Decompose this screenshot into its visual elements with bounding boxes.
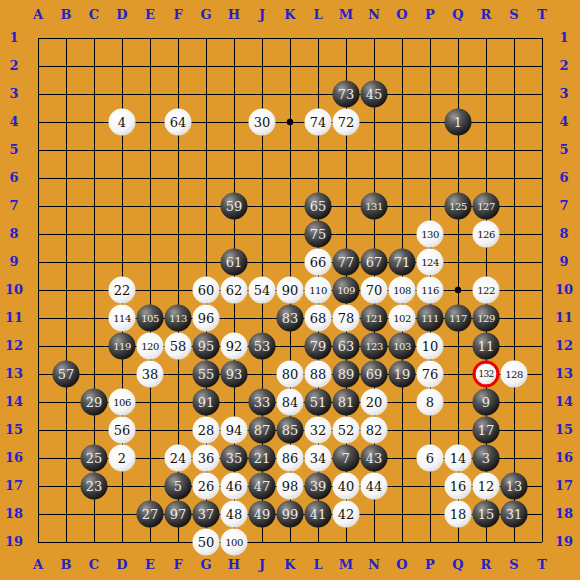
move-number: 93 <box>226 368 243 381</box>
move-number: 9 <box>482 396 490 409</box>
move-number: 106 <box>113 397 131 407</box>
col-label-top-L: L <box>305 6 331 24</box>
stone-black-3-R16: 3 <box>473 445 500 472</box>
stone-black-31-S18: 31 <box>501 501 528 528</box>
stone-white-78-M11: 78 <box>333 305 360 332</box>
move-number: 18 <box>450 508 467 521</box>
move-number: 103 <box>393 341 411 351</box>
stone-black-55-G13: 55 <box>193 361 220 388</box>
move-number: 62 <box>226 284 243 297</box>
col-label-top-A: A <box>25 6 51 24</box>
stone-white-46-H17: 46 <box>221 473 248 500</box>
move-number: 10 <box>422 340 439 353</box>
row-label-right-13: 13 <box>551 365 577 383</box>
move-number: 70 <box>366 284 383 297</box>
stone-white-50-G19: 50 <box>193 529 220 556</box>
stone-black-113-F11: 113 <box>165 305 192 332</box>
stone-white-66-L9: 66 <box>305 249 332 276</box>
move-number: 117 <box>449 313 467 323</box>
stone-white-64-F4: 64 <box>165 109 192 136</box>
row-label-right-5: 5 <box>551 141 577 159</box>
move-number: 90 <box>282 284 299 297</box>
move-number: 84 <box>282 396 299 409</box>
stone-white-128-S13: 128 <box>501 361 528 388</box>
row-label-left-8: 8 <box>1 225 27 243</box>
move-number: 68 <box>310 312 327 325</box>
row-label-right-1: 1 <box>551 29 577 47</box>
row-label-left-17: 17 <box>1 477 27 495</box>
move-number: 27 <box>142 508 159 521</box>
stone-white-36-G16: 36 <box>193 445 220 472</box>
row-label-right-18: 18 <box>551 505 577 523</box>
col-label-bottom-S: S <box>501 556 527 574</box>
move-number: 35 <box>226 452 243 465</box>
move-number: 114 <box>113 313 131 323</box>
move-number: 25 <box>86 452 103 465</box>
stone-black-103-O12: 103 <box>389 333 416 360</box>
stone-white-60-G10: 60 <box>193 277 220 304</box>
move-number: 126 <box>477 229 495 239</box>
stone-black-67-N9: 67 <box>361 249 388 276</box>
row-label-right-12: 12 <box>551 337 577 355</box>
stone-white-90-K10: 90 <box>277 277 304 304</box>
stone-black-15-R18: 15 <box>473 501 500 528</box>
move-number: 76 <box>422 368 439 381</box>
move-number: 119 <box>113 341 131 351</box>
stone-white-70-N10: 70 <box>361 277 388 304</box>
stone-white-96-G11: 96 <box>193 305 220 332</box>
col-label-top-J: J <box>249 6 275 24</box>
move-number: 74 <box>310 116 327 129</box>
stone-white-130-P8: 130 <box>417 221 444 248</box>
move-number: 116 <box>421 285 439 295</box>
move-number: 121 <box>365 313 383 323</box>
move-number: 120 <box>141 341 159 351</box>
move-number: 130 <box>421 229 439 239</box>
stone-white-88-L13: 88 <box>305 361 332 388</box>
stone-white-102-O11: 102 <box>389 305 416 332</box>
move-number: 30 <box>254 116 271 129</box>
move-number: 12 <box>478 480 495 493</box>
col-label-bottom-O: O <box>389 556 415 574</box>
col-label-top-Q: Q <box>445 6 471 24</box>
move-number: 72 <box>338 116 355 129</box>
row-label-left-12: 12 <box>1 337 27 355</box>
stone-white-48-H18: 48 <box>221 501 248 528</box>
move-number: 125 <box>449 201 467 211</box>
stone-white-92-H12: 92 <box>221 333 248 360</box>
col-label-bottom-M: M <box>333 556 359 574</box>
col-label-bottom-T: T <box>529 556 555 574</box>
move-number: 42 <box>338 508 355 521</box>
row-label-left-14: 14 <box>1 393 27 411</box>
stone-white-40-M17: 40 <box>333 473 360 500</box>
stone-black-75-L8: 75 <box>305 221 332 248</box>
stone-black-85-K15: 85 <box>277 417 304 444</box>
stone-black-93-H13: 93 <box>221 361 248 388</box>
col-label-bottom-D: D <box>109 556 135 574</box>
stone-black-121-N11: 121 <box>361 305 388 332</box>
row-label-right-7: 7 <box>551 197 577 215</box>
stone-black-95-G12: 95 <box>193 333 220 360</box>
stone-white-2-D16: 2 <box>109 445 136 472</box>
stone-white-8-P14: 8 <box>417 389 444 416</box>
stone-black-21-J16: 21 <box>249 445 276 472</box>
move-number: 73 <box>338 88 355 101</box>
move-number: 47 <box>254 480 271 493</box>
move-number: 86 <box>282 452 299 465</box>
move-number: 87 <box>254 424 271 437</box>
stone-black-91-G14: 91 <box>193 389 220 416</box>
col-label-top-H: H <box>221 6 247 24</box>
row-label-right-2: 2 <box>551 57 577 75</box>
stone-black-63-M12: 63 <box>333 333 360 360</box>
stone-black-119-D12: 119 <box>109 333 136 360</box>
col-label-bottom-P: P <box>417 556 443 574</box>
row-label-left-7: 7 <box>1 197 27 215</box>
move-number: 44 <box>366 480 383 493</box>
stone-white-74-L4: 74 <box>305 109 332 136</box>
row-label-right-10: 10 <box>551 281 577 299</box>
move-number: 20 <box>366 396 383 409</box>
move-number: 26 <box>198 480 215 493</box>
stone-black-77-M9: 77 <box>333 249 360 276</box>
stone-black-111-P11: 111 <box>417 305 444 332</box>
stone-black-83-K11: 83 <box>277 305 304 332</box>
row-label-right-8: 8 <box>551 225 577 243</box>
stone-white-80-K13: 80 <box>277 361 304 388</box>
stone-black-13-S17: 13 <box>501 473 528 500</box>
stone-black-53-J12: 53 <box>249 333 276 360</box>
stone-black-51-L14: 51 <box>305 389 332 416</box>
stone-white-76-P13: 76 <box>417 361 444 388</box>
move-number: 78 <box>338 312 355 325</box>
move-number: 13 <box>506 480 523 493</box>
move-number: 49 <box>254 508 271 521</box>
move-number: 11 <box>478 340 495 353</box>
row-label-left-13: 13 <box>1 365 27 383</box>
stone-white-42-M18: 42 <box>333 501 360 528</box>
move-number: 46 <box>226 480 243 493</box>
move-number: 3 <box>482 452 490 465</box>
row-label-left-9: 9 <box>1 253 27 271</box>
row-label-left-2: 2 <box>1 57 27 75</box>
move-number: 48 <box>226 508 243 521</box>
stone-white-16-Q17: 16 <box>445 473 472 500</box>
move-number: 8 <box>426 396 434 409</box>
col-label-bottom-H: H <box>221 556 247 574</box>
stone-black-47-J17: 47 <box>249 473 276 500</box>
move-number: 88 <box>310 368 327 381</box>
move-number: 29 <box>86 396 103 409</box>
col-label-bottom-F: F <box>165 556 191 574</box>
col-label-top-G: G <box>193 6 219 24</box>
col-label-top-S: S <box>501 6 527 24</box>
move-number: 111 <box>421 313 439 323</box>
stone-white-26-G17: 26 <box>193 473 220 500</box>
stone-black-81-M14: 81 <box>333 389 360 416</box>
move-number: 77 <box>338 256 355 269</box>
stone-white-34-L16: 34 <box>305 445 332 472</box>
move-number: 36 <box>198 452 215 465</box>
move-number: 123 <box>365 341 383 351</box>
stone-black-29-C14: 29 <box>81 389 108 416</box>
star-point-Q10 <box>455 287 461 293</box>
stone-black-23-C17: 23 <box>81 473 108 500</box>
col-label-top-C: C <box>81 6 107 24</box>
stone-white-86-K16: 86 <box>277 445 304 472</box>
move-number: 64 <box>170 116 187 129</box>
move-number: 59 <box>226 200 243 213</box>
move-number: 66 <box>310 256 327 269</box>
stone-black-73-M3: 73 <box>333 81 360 108</box>
col-label-top-F: F <box>165 6 191 24</box>
stone-white-100-H19: 100 <box>221 529 248 556</box>
stone-white-6-P16: 6 <box>417 445 444 472</box>
stone-black-37-G18: 37 <box>193 501 220 528</box>
move-number: 63 <box>338 340 355 353</box>
stone-black-17-R15: 17 <box>473 417 500 444</box>
col-label-bottom-A: A <box>25 556 51 574</box>
row-label-left-11: 11 <box>1 309 27 327</box>
col-label-bottom-J: J <box>249 556 275 574</box>
stone-black-105-E11: 105 <box>137 305 164 332</box>
stone-white-82-N15: 82 <box>361 417 388 444</box>
move-number: 95 <box>198 340 215 353</box>
col-label-bottom-L: L <box>305 556 331 574</box>
row-label-right-11: 11 <box>551 309 577 327</box>
move-number: 53 <box>254 340 271 353</box>
move-number: 85 <box>282 424 299 437</box>
move-number: 37 <box>198 508 215 521</box>
move-number: 132 <box>478 370 493 379</box>
stone-white-14-Q16: 14 <box>445 445 472 472</box>
col-label-bottom-C: C <box>81 556 107 574</box>
move-number: 129 <box>477 313 495 323</box>
stone-black-125-Q7: 125 <box>445 193 472 220</box>
stone-black-33-J14: 33 <box>249 389 276 416</box>
move-number: 5 <box>174 480 182 493</box>
move-number: 69 <box>366 368 383 381</box>
stone-white-120-E12: 120 <box>137 333 164 360</box>
move-number: 79 <box>310 340 327 353</box>
stone-black-45-N3: 45 <box>361 81 388 108</box>
col-label-bottom-G: G <box>193 556 219 574</box>
stone-white-98-K17: 98 <box>277 473 304 500</box>
move-number: 60 <box>198 284 215 297</box>
move-number: 61 <box>226 256 243 269</box>
stone-black-117-Q11: 117 <box>445 305 472 332</box>
move-number: 15 <box>478 508 495 521</box>
row-label-left-16: 16 <box>1 449 27 467</box>
move-number: 83 <box>282 312 299 325</box>
stone-black-99-K18: 99 <box>277 501 304 528</box>
stone-white-18-Q18: 18 <box>445 501 472 528</box>
stone-black-1-Q4: 1 <box>445 109 472 136</box>
move-number: 1 <box>454 116 462 129</box>
stone-white-116-P10: 116 <box>417 277 444 304</box>
stone-black-109-M10: 109 <box>333 277 360 304</box>
row-label-right-14: 14 <box>551 393 577 411</box>
move-number: 94 <box>226 424 243 437</box>
stone-black-127-R7: 127 <box>473 193 500 220</box>
stone-white-68-L11: 68 <box>305 305 332 332</box>
stone-white-28-G15: 28 <box>193 417 220 444</box>
move-number: 33 <box>254 396 271 409</box>
move-number: 19 <box>394 368 411 381</box>
row-label-right-17: 17 <box>551 477 577 495</box>
col-label-top-R: R <box>473 6 499 24</box>
col-label-bottom-N: N <box>361 556 387 574</box>
stone-white-12-R17: 12 <box>473 473 500 500</box>
move-number: 124 <box>421 257 439 267</box>
col-label-top-T: T <box>529 6 555 24</box>
move-number: 6 <box>426 452 434 465</box>
stone-white-126-R8: 126 <box>473 221 500 248</box>
stone-black-79-L12: 79 <box>305 333 332 360</box>
stone-black-123-N12: 123 <box>361 333 388 360</box>
stone-black-129-R11: 129 <box>473 305 500 332</box>
move-number: 14 <box>450 452 467 465</box>
row-label-right-6: 6 <box>551 169 577 187</box>
stone-black-39-L17: 39 <box>305 473 332 500</box>
move-number: 58 <box>170 340 187 353</box>
stone-white-54-J10: 54 <box>249 277 276 304</box>
move-number: 38 <box>142 368 159 381</box>
move-number: 110 <box>309 285 327 295</box>
move-number: 97 <box>170 508 187 521</box>
stone-black-71-O9: 71 <box>389 249 416 276</box>
row-label-right-4: 4 <box>551 113 577 131</box>
row-label-right-9: 9 <box>551 253 577 271</box>
stone-white-24-F16: 24 <box>165 445 192 472</box>
stone-white-114-D11: 114 <box>109 305 136 332</box>
move-number: 131 <box>365 201 383 211</box>
move-number: 55 <box>198 368 215 381</box>
col-label-bottom-K: K <box>277 556 303 574</box>
col-label-top-K: K <box>277 6 303 24</box>
col-label-top-D: D <box>109 6 135 24</box>
stone-white-110-L10: 110 <box>305 277 332 304</box>
stone-black-7-M16: 7 <box>333 445 360 472</box>
move-number: 16 <box>450 480 467 493</box>
move-number: 52 <box>338 424 355 437</box>
stone-white-52-M15: 52 <box>333 417 360 444</box>
stone-black-57-B13: 57 <box>53 361 80 388</box>
move-number: 65 <box>310 200 327 213</box>
move-number: 7 <box>342 452 350 465</box>
stone-white-72-M4: 72 <box>333 109 360 136</box>
move-number: 100 <box>225 537 243 547</box>
stone-white-38-E13: 38 <box>137 361 164 388</box>
stone-black-65-L7: 65 <box>305 193 332 220</box>
stone-black-25-C16: 25 <box>81 445 108 472</box>
go-board[interactable]: AABBCCDDEEFFGGHHJJKKLLMMNNOOPPQQRRSSTT11… <box>0 0 580 580</box>
stone-white-124-P9: 124 <box>417 249 444 276</box>
stone-black-19-O13: 19 <box>389 361 416 388</box>
stone-black-41-L18: 41 <box>305 501 332 528</box>
move-number: 22 <box>114 284 131 297</box>
stone-white-20-N14: 20 <box>361 389 388 416</box>
move-number: 45 <box>366 88 383 101</box>
move-number: 108 <box>393 285 411 295</box>
row-label-left-6: 6 <box>1 169 27 187</box>
stone-black-11-R12: 11 <box>473 333 500 360</box>
stone-white-10-P12: 10 <box>417 333 444 360</box>
move-number: 128 <box>505 369 523 379</box>
stone-black-97-F18: 97 <box>165 501 192 528</box>
col-label-top-M: M <box>333 6 359 24</box>
stone-black-27-E18: 27 <box>137 501 164 528</box>
col-label-bottom-Q: Q <box>445 556 471 574</box>
col-label-bottom-E: E <box>137 556 163 574</box>
col-label-top-N: N <box>361 6 387 24</box>
stone-white-32-L15: 32 <box>305 417 332 444</box>
move-number: 75 <box>310 228 327 241</box>
stone-white-44-N17: 44 <box>361 473 388 500</box>
move-number: 32 <box>310 424 327 437</box>
move-number: 113 <box>169 313 187 323</box>
star-point-K4 <box>287 119 293 125</box>
move-number: 127 <box>477 201 495 211</box>
stone-white-106-D14: 106 <box>109 389 136 416</box>
stone-black-131-N7: 131 <box>361 193 388 220</box>
move-number: 109 <box>337 285 355 295</box>
row-label-left-1: 1 <box>1 29 27 47</box>
row-label-right-19: 19 <box>551 533 577 551</box>
move-number: 43 <box>366 452 383 465</box>
move-number: 21 <box>254 452 271 465</box>
row-label-left-15: 15 <box>1 421 27 439</box>
row-label-left-10: 10 <box>1 281 27 299</box>
move-number: 17 <box>478 424 495 437</box>
stone-black-5-F17: 5 <box>165 473 192 500</box>
move-number: 122 <box>477 285 495 295</box>
stone-white-132-R13-last-move: 132 <box>473 361 500 388</box>
stone-white-108-O10: 108 <box>389 277 416 304</box>
move-number: 41 <box>310 508 327 521</box>
stone-white-94-H15: 94 <box>221 417 248 444</box>
move-number: 50 <box>198 536 215 549</box>
row-label-left-19: 19 <box>1 533 27 551</box>
move-number: 28 <box>198 424 215 437</box>
move-number: 96 <box>198 312 215 325</box>
move-number: 39 <box>310 480 327 493</box>
stone-white-4-D4: 4 <box>109 109 136 136</box>
row-label-left-5: 5 <box>1 141 27 159</box>
stone-black-43-N16: 43 <box>361 445 388 472</box>
stone-black-9-R14: 9 <box>473 389 500 416</box>
row-label-right-3: 3 <box>551 85 577 103</box>
stone-white-22-D10: 22 <box>109 277 136 304</box>
move-number: 80 <box>282 368 299 381</box>
stone-black-69-N13: 69 <box>361 361 388 388</box>
move-number: 92 <box>226 340 243 353</box>
move-number: 81 <box>338 396 355 409</box>
move-number: 91 <box>198 396 215 409</box>
row-label-left-4: 4 <box>1 113 27 131</box>
move-number: 51 <box>310 396 327 409</box>
move-number: 4 <box>118 116 126 129</box>
row-label-left-3: 3 <box>1 85 27 103</box>
move-number: 54 <box>254 284 271 297</box>
move-number: 99 <box>282 508 299 521</box>
stone-black-35-H16: 35 <box>221 445 248 472</box>
move-number: 67 <box>366 256 383 269</box>
move-number: 31 <box>506 508 523 521</box>
stone-white-62-H10: 62 <box>221 277 248 304</box>
stone-black-59-H7: 59 <box>221 193 248 220</box>
